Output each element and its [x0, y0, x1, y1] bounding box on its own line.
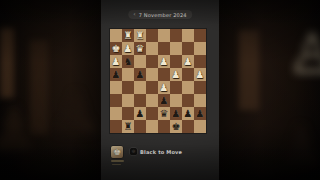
puzzle-date-label: 7 November 2024 — [139, 12, 187, 18]
square-a7[interactable]: ♚ — [110, 42, 122, 55]
square-c5[interactable]: ♟ — [134, 68, 146, 81]
square-f1[interactable]: ♚ — [170, 120, 182, 133]
square-b3[interactable] — [122, 94, 134, 107]
square-d5[interactable] — [146, 68, 158, 81]
white-pawn: ♟ — [158, 55, 170, 68]
square-b2[interactable] — [122, 107, 134, 120]
square-h5[interactable]: ♟ — [194, 68, 206, 81]
black-pawn: ♟ — [182, 107, 194, 120]
square-e4[interactable]: ♟ — [158, 81, 170, 94]
black-queen: ♛ — [158, 107, 170, 120]
square-b5[interactable] — [122, 68, 134, 81]
white-pawn: ♟ — [110, 55, 122, 68]
square-h1[interactable] — [194, 120, 206, 133]
black-pawn: ♟ — [134, 107, 146, 120]
square-c7[interactable]: ♛ — [134, 42, 146, 55]
square-g6[interactable]: ♟ — [182, 55, 194, 68]
back-chevron-icon[interactable]: ‹ — [133, 11, 135, 17]
avatar-caption-line — [112, 164, 121, 166]
square-a1[interactable] — [110, 120, 122, 133]
square-d4[interactable] — [146, 81, 158, 94]
blurred-background-left: ♟ ♟ — [0, 0, 101, 180]
black-king-glyph: ♚ — [131, 149, 135, 154]
chess-board: ♜♜♚♟♛♟♞♟♟♟♟♟♟♟♟♟♛♟♟♟♜♚ — [110, 29, 206, 133]
square-d1[interactable] — [146, 120, 158, 133]
square-e2[interactable]: ♛ — [158, 107, 170, 120]
square-g5[interactable] — [182, 68, 194, 81]
square-b1[interactable]: ♜ — [122, 120, 134, 133]
square-a2[interactable] — [110, 107, 122, 120]
avatar-king-icon: ♚ — [113, 148, 121, 157]
black-king-badge-icon: ♚ — [130, 148, 137, 155]
square-c3[interactable] — [134, 94, 146, 107]
black-pawn: ♟ — [158, 94, 170, 107]
black-pawn: ♟ — [134, 68, 146, 81]
square-g1[interactable] — [182, 120, 194, 133]
square-h6[interactable] — [194, 55, 206, 68]
square-d3[interactable] — [146, 94, 158, 107]
white-pawn: ♟ — [170, 68, 182, 81]
square-h3[interactable] — [194, 94, 206, 107]
white-rook: ♜ — [134, 29, 146, 42]
square-g3[interactable] — [182, 94, 194, 107]
white-pawn: ♟ — [194, 68, 206, 81]
square-b8[interactable]: ♜ — [122, 29, 134, 42]
square-f6[interactable] — [170, 55, 182, 68]
square-f2[interactable]: ♟ — [170, 107, 182, 120]
square-h4[interactable] — [194, 81, 206, 94]
white-pawn: ♟ — [182, 55, 194, 68]
black-pawn: ♟ — [170, 107, 182, 120]
square-h8[interactable] — [194, 29, 206, 42]
white-rook: ♜ — [122, 29, 134, 42]
square-f8[interactable] — [170, 29, 182, 42]
square-d2[interactable] — [146, 107, 158, 120]
square-c1[interactable] — [134, 120, 146, 133]
square-h2[interactable]: ♟ — [194, 107, 206, 120]
black-pawn: ♟ — [110, 68, 122, 81]
square-f4[interactable] — [170, 81, 182, 94]
square-e5[interactable] — [158, 68, 170, 81]
square-e1[interactable] — [158, 120, 170, 133]
square-a5[interactable]: ♟ — [110, 68, 122, 81]
square-f3[interactable] — [170, 94, 182, 107]
square-b7[interactable]: ♟ — [122, 42, 134, 55]
square-e7[interactable] — [158, 42, 170, 55]
square-d7[interactable] — [146, 42, 158, 55]
square-b6[interactable]: ♞ — [122, 55, 134, 68]
square-a6[interactable]: ♟ — [110, 55, 122, 68]
white-pawn: ♟ — [122, 42, 134, 55]
side-to-move-label: Black to Move — [140, 149, 182, 155]
white-queen: ♛ — [134, 42, 146, 55]
black-rook: ♜ — [122, 120, 134, 133]
square-h7[interactable] — [194, 42, 206, 55]
square-e3[interactable]: ♟ — [158, 94, 170, 107]
square-c4[interactable] — [134, 81, 146, 94]
square-a4[interactable] — [110, 81, 122, 94]
square-g2[interactable]: ♟ — [182, 107, 194, 120]
square-d6[interactable] — [146, 55, 158, 68]
square-g7[interactable] — [182, 42, 194, 55]
square-c6[interactable] — [134, 55, 146, 68]
square-a8[interactable] — [110, 29, 122, 42]
puzzle-app-panel: ‹ 7 November 2024 ♜♜♚♟♛♟♞♟♟♟♟♟♟♟♟♟♛♟♟♟♜♚… — [101, 0, 219, 180]
gutter-shading — [0, 0, 101, 180]
blurred-background-right: ♙ ♟ — [219, 0, 320, 180]
square-e8[interactable] — [158, 29, 170, 42]
black-pawn: ♟ — [194, 107, 206, 120]
square-d8[interactable] — [146, 29, 158, 42]
square-f7[interactable] — [170, 42, 182, 55]
square-a3[interactable] — [110, 94, 122, 107]
date-navigator[interactable]: ‹ 7 November 2024 — [128, 10, 192, 19]
avatar[interactable]: ♚ — [111, 146, 123, 158]
square-g4[interactable] — [182, 81, 194, 94]
black-king: ♚ — [170, 120, 182, 133]
gutter-shading — [219, 0, 320, 180]
black-knight: ♞ — [122, 55, 134, 68]
square-f5[interactable]: ♟ — [170, 68, 182, 81]
white-pawn: ♟ — [158, 81, 170, 94]
square-c2[interactable]: ♟ — [134, 107, 146, 120]
square-e6[interactable]: ♟ — [158, 55, 170, 68]
white-king: ♚ — [110, 42, 122, 55]
square-b4[interactable] — [122, 81, 134, 94]
avatar-caption-line — [111, 160, 124, 162]
square-c8[interactable]: ♜ — [134, 29, 146, 42]
square-g8[interactable] — [182, 29, 194, 42]
